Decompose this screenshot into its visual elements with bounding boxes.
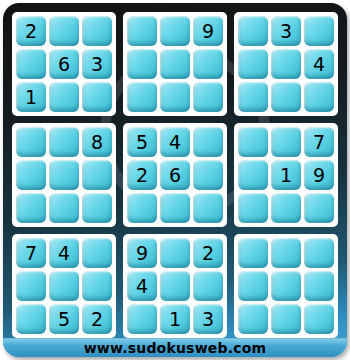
sudoku-box-2: 9 bbox=[123, 12, 227, 116]
cell-r1c8: 3 bbox=[271, 16, 301, 46]
sudoku-box-5: 5426 bbox=[123, 123, 227, 227]
cell-r4c6[interactable] bbox=[193, 127, 223, 157]
cell-r3c9[interactable] bbox=[304, 82, 334, 112]
cell-r8c3[interactable] bbox=[82, 271, 112, 301]
cell-r6c6[interactable] bbox=[193, 193, 223, 223]
cell-r3c1: 1 bbox=[16, 82, 46, 112]
cell-r8c7[interactable] bbox=[238, 271, 268, 301]
cell-r2c8[interactable] bbox=[271, 49, 301, 79]
sudoku-box-6: 719 bbox=[234, 123, 338, 227]
cell-r7c4: 9 bbox=[127, 238, 157, 268]
sudoku-grid: 263193485426719745292413 bbox=[12, 12, 338, 338]
cell-r1c4[interactable] bbox=[127, 16, 157, 46]
cell-r2c9: 4 bbox=[304, 49, 334, 79]
cell-r8c6[interactable] bbox=[193, 271, 223, 301]
cell-r1c7[interactable] bbox=[238, 16, 268, 46]
cell-r7c9[interactable] bbox=[304, 238, 334, 268]
cell-r7c6: 2 bbox=[193, 238, 223, 268]
cell-r7c5[interactable] bbox=[160, 238, 190, 268]
cell-r6c7[interactable] bbox=[238, 193, 268, 223]
cell-r6c4[interactable] bbox=[127, 193, 157, 223]
cell-r3c8[interactable] bbox=[271, 82, 301, 112]
cell-r9c1[interactable] bbox=[16, 304, 46, 334]
sudoku-box-7: 7452 bbox=[12, 234, 116, 338]
cell-r6c3[interactable] bbox=[82, 193, 112, 223]
cell-r7c3[interactable] bbox=[82, 238, 112, 268]
cell-r4c4: 5 bbox=[127, 127, 157, 157]
cell-r5c7[interactable] bbox=[238, 160, 268, 190]
cell-r3c6[interactable] bbox=[193, 82, 223, 112]
cell-r3c7[interactable] bbox=[238, 82, 268, 112]
cell-r6c2[interactable] bbox=[49, 193, 79, 223]
cell-r6c8[interactable] bbox=[271, 193, 301, 223]
cell-r4c3: 8 bbox=[82, 127, 112, 157]
sudoku-box-4: 8 bbox=[12, 123, 116, 227]
cell-r8c8[interactable] bbox=[271, 271, 301, 301]
cell-r6c5[interactable] bbox=[160, 193, 190, 223]
cell-r5c3[interactable] bbox=[82, 160, 112, 190]
cell-r2c5[interactable] bbox=[160, 49, 190, 79]
cell-r4c5: 4 bbox=[160, 127, 190, 157]
cell-r9c8[interactable] bbox=[271, 304, 301, 334]
cell-r7c8[interactable] bbox=[271, 238, 301, 268]
cell-r5c9: 9 bbox=[304, 160, 334, 190]
cell-r1c3[interactable] bbox=[82, 16, 112, 46]
sudoku-board: 263193485426719745292413 www.sudokusweb.… bbox=[3, 3, 347, 357]
cell-r9c4[interactable] bbox=[127, 304, 157, 334]
cell-r2c2: 6 bbox=[49, 49, 79, 79]
website-url: www.sudokusweb.com bbox=[84, 340, 267, 356]
cell-r2c6[interactable] bbox=[193, 49, 223, 79]
cell-r4c8[interactable] bbox=[271, 127, 301, 157]
cell-r8c5[interactable] bbox=[160, 271, 190, 301]
cell-r1c5[interactable] bbox=[160, 16, 190, 46]
cell-r5c4: 2 bbox=[127, 160, 157, 190]
cell-r5c2[interactable] bbox=[49, 160, 79, 190]
cell-r1c6: 9 bbox=[193, 16, 223, 46]
cell-r9c6: 3 bbox=[193, 304, 223, 334]
cell-r8c1[interactable] bbox=[16, 271, 46, 301]
cell-r2c7[interactable] bbox=[238, 49, 268, 79]
cell-r6c9[interactable] bbox=[304, 193, 334, 223]
cell-r9c7[interactable] bbox=[238, 304, 268, 334]
cell-r3c4[interactable] bbox=[127, 82, 157, 112]
cell-r4c2[interactable] bbox=[49, 127, 79, 157]
cell-r5c1[interactable] bbox=[16, 160, 46, 190]
cell-r7c2: 4 bbox=[49, 238, 79, 268]
cell-r7c7[interactable] bbox=[238, 238, 268, 268]
cell-r1c9[interactable] bbox=[304, 16, 334, 46]
page: 263193485426719745292413 www.sudokusweb.… bbox=[0, 0, 350, 360]
cell-r7c1: 7 bbox=[16, 238, 46, 268]
footer-bar: www.sudokusweb.com bbox=[3, 338, 347, 357]
sudoku-box-9 bbox=[234, 234, 338, 338]
cell-r8c9[interactable] bbox=[304, 271, 334, 301]
cell-r1c2[interactable] bbox=[49, 16, 79, 46]
sudoku-box-8: 92413 bbox=[123, 234, 227, 338]
cell-r9c3: 2 bbox=[82, 304, 112, 334]
cell-r2c3: 3 bbox=[82, 49, 112, 79]
sudoku-box-1: 2631 bbox=[12, 12, 116, 116]
cell-r3c5[interactable] bbox=[160, 82, 190, 112]
cell-r5c6[interactable] bbox=[193, 160, 223, 190]
sudoku-box-3: 34 bbox=[234, 12, 338, 116]
cell-r4c9: 7 bbox=[304, 127, 334, 157]
cell-r9c5: 1 bbox=[160, 304, 190, 334]
cell-r2c4[interactable] bbox=[127, 49, 157, 79]
cell-r5c5: 6 bbox=[160, 160, 190, 190]
cell-r9c9[interactable] bbox=[304, 304, 334, 334]
cell-r6c1[interactable] bbox=[16, 193, 46, 223]
cell-r3c3[interactable] bbox=[82, 82, 112, 112]
cell-r9c2: 5 bbox=[49, 304, 79, 334]
cell-r4c7[interactable] bbox=[238, 127, 268, 157]
cell-r1c1: 2 bbox=[16, 16, 46, 46]
cell-r2c1[interactable] bbox=[16, 49, 46, 79]
cell-r4c1[interactable] bbox=[16, 127, 46, 157]
cell-r8c4: 4 bbox=[127, 271, 157, 301]
cell-r8c2[interactable] bbox=[49, 271, 79, 301]
cell-r3c2[interactable] bbox=[49, 82, 79, 112]
cell-r5c8: 1 bbox=[271, 160, 301, 190]
